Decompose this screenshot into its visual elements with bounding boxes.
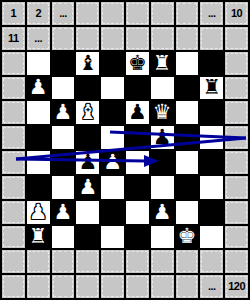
- board-square[interactable]: [199, 125, 224, 150]
- board-square[interactable]: [75, 125, 100, 150]
- sentinel-cell[interactable]: 11: [1, 26, 26, 51]
- cell-index-label: ...: [34, 33, 42, 44]
- board-square[interactable]: [100, 100, 125, 125]
- board-square[interactable]: ♝: [75, 100, 100, 125]
- cell-index-label: 10: [231, 8, 242, 19]
- sentinel-cell[interactable]: [100, 26, 125, 51]
- black-pawn[interactable]: ♟: [153, 127, 172, 148]
- sentinel-cell[interactable]: [51, 274, 76, 299]
- sentinel-cell[interactable]: [125, 1, 150, 26]
- sentinel-cell[interactable]: [75, 249, 100, 274]
- board-square[interactable]: [26, 51, 51, 76]
- sentinel-cell[interactable]: 10: [224, 1, 249, 26]
- sentinel-cell[interactable]: ...: [26, 26, 51, 51]
- board-square[interactable]: [199, 100, 224, 125]
- sentinel-cell[interactable]: [224, 249, 249, 274]
- board-square[interactable]: [199, 200, 224, 225]
- board-square[interactable]: [175, 175, 200, 200]
- board-square[interactable]: ♚: [175, 225, 200, 250]
- white-pawn[interactable]: ♟: [103, 152, 122, 173]
- board-square[interactable]: ♚: [125, 51, 150, 76]
- sentinel-cell[interactable]: ...: [199, 274, 224, 299]
- white-pawn[interactable]: ♟: [153, 202, 172, 223]
- sentinel-cell[interactable]: [150, 249, 175, 274]
- board-square[interactable]: ♟: [100, 150, 125, 175]
- sentinel-cell[interactable]: [1, 125, 26, 150]
- sentinel-cell[interactable]: [224, 200, 249, 225]
- board-square[interactable]: [175, 200, 200, 225]
- sentinel-cell[interactable]: [224, 100, 249, 125]
- black-king[interactable]: ♚: [128, 53, 147, 74]
- sentinel-cell[interactable]: [199, 26, 224, 51]
- board-square[interactable]: [100, 225, 125, 250]
- board-square[interactable]: [125, 76, 150, 101]
- sentinel-cell[interactable]: [224, 51, 249, 76]
- board-square[interactable]: [125, 175, 150, 200]
- board-square[interactable]: [100, 175, 125, 200]
- cell-index-label: 11: [8, 33, 19, 44]
- board-square[interactable]: [175, 125, 200, 150]
- board-square[interactable]: [75, 200, 100, 225]
- sentinel-cell[interactable]: [175, 274, 200, 299]
- board-square[interactable]: [175, 150, 200, 175]
- mailbox-chess-diagram: 12......1011...♝♚♜♟♜♟♝♟♛♟♟♟♟♟♟♟♜♚...120: [0, 0, 250, 300]
- board-square[interactable]: ♟: [26, 200, 51, 225]
- white-pawn[interactable]: ♟: [54, 202, 73, 223]
- board-square[interactable]: [175, 51, 200, 76]
- board-square[interactable]: [51, 51, 76, 76]
- black-rook[interactable]: ♜: [202, 77, 221, 98]
- board-square[interactable]: [125, 150, 150, 175]
- board-square[interactable]: ♟: [125, 100, 150, 125]
- white-pawn[interactable]: ♟: [78, 177, 97, 198]
- white-pawn[interactable]: ♟: [29, 77, 48, 98]
- sentinel-cell[interactable]: [75, 26, 100, 51]
- sentinel-cell[interactable]: [51, 249, 76, 274]
- black-pawn[interactable]: ♟: [78, 152, 97, 173]
- board-square[interactable]: [199, 150, 224, 175]
- board-square[interactable]: [150, 150, 175, 175]
- board-square[interactable]: ♟: [75, 150, 100, 175]
- board-square[interactable]: ♝: [75, 51, 100, 76]
- board-square[interactable]: [100, 76, 125, 101]
- sentinel-cell[interactable]: [175, 26, 200, 51]
- board-square[interactable]: [125, 225, 150, 250]
- white-pawn[interactable]: ♟: [29, 202, 48, 223]
- sentinel-cell[interactable]: 120: [224, 274, 249, 299]
- board-square[interactable]: [51, 175, 76, 200]
- numbered-grid: 12......1011...♝♚♜♟♜♟♝♟♛♟♟♟♟♟♟♟♜♚...120: [0, 0, 250, 300]
- board-square[interactable]: [100, 51, 125, 76]
- sentinel-cell[interactable]: [224, 150, 249, 175]
- cell-index-label: 2: [35, 8, 41, 19]
- sentinel-cell[interactable]: [1, 51, 26, 76]
- black-pawn[interactable]: ♟: [128, 102, 147, 123]
- board-square[interactable]: ♟: [150, 125, 175, 150]
- sentinel-cell[interactable]: ...: [51, 1, 76, 26]
- sentinel-cell[interactable]: [150, 26, 175, 51]
- board-square[interactable]: [199, 51, 224, 76]
- sentinel-cell[interactable]: [100, 1, 125, 26]
- sentinel-cell[interactable]: [51, 26, 76, 51]
- cell-index-label: ...: [59, 8, 67, 19]
- board-square[interactable]: [51, 150, 76, 175]
- black-bishop[interactable]: ♝: [78, 53, 97, 74]
- sentinel-cell[interactable]: [125, 26, 150, 51]
- sentinel-cell[interactable]: [150, 274, 175, 299]
- sentinel-cell[interactable]: [75, 274, 100, 299]
- sentinel-cell[interactable]: [26, 274, 51, 299]
- board-square[interactable]: [199, 225, 224, 250]
- sentinel-cell[interactable]: [175, 249, 200, 274]
- sentinel-cell[interactable]: [1, 150, 26, 175]
- board-square[interactable]: ♟: [150, 200, 175, 225]
- sentinel-cell[interactable]: [224, 175, 249, 200]
- sentinel-cell[interactable]: [1, 100, 26, 125]
- white-queen[interactable]: ♛: [153, 102, 172, 123]
- sentinel-cell[interactable]: [100, 274, 125, 299]
- board-square[interactable]: [150, 175, 175, 200]
- board-square[interactable]: [125, 125, 150, 150]
- board-square[interactable]: ♜: [199, 76, 224, 101]
- board-square[interactable]: [51, 225, 76, 250]
- board-square[interactable]: ♜: [26, 225, 51, 250]
- sentinel-cell[interactable]: [1, 76, 26, 101]
- sentinel-cell[interactable]: [224, 76, 249, 101]
- sentinel-cell[interactable]: [150, 1, 175, 26]
- sentinel-cell[interactable]: [1, 225, 26, 250]
- board-square[interactable]: ♟: [26, 76, 51, 101]
- white-king[interactable]: ♚: [178, 226, 197, 247]
- board-square[interactable]: ♟: [51, 100, 76, 125]
- white-rook[interactable]: ♜: [153, 53, 172, 74]
- board-square[interactable]: ♜: [150, 51, 175, 76]
- board-square[interactable]: [51, 76, 76, 101]
- sentinel-cell[interactable]: [175, 1, 200, 26]
- board-square[interactable]: [125, 200, 150, 225]
- board-square[interactable]: [26, 150, 51, 175]
- board-square[interactable]: [75, 225, 100, 250]
- board-square[interactable]: [26, 100, 51, 125]
- sentinel-cell[interactable]: [1, 249, 26, 274]
- board-square[interactable]: [26, 175, 51, 200]
- cell-index-label: 120: [228, 281, 245, 292]
- sentinel-cell[interactable]: [224, 225, 249, 250]
- sentinel-cell[interactable]: [125, 249, 150, 274]
- sentinel-cell[interactable]: 2: [26, 1, 51, 26]
- cell-index-label: ...: [208, 281, 216, 292]
- sentinel-cell[interactable]: [26, 249, 51, 274]
- cell-index-label: ...: [208, 8, 216, 19]
- board-square[interactable]: [100, 200, 125, 225]
- white-pawn[interactable]: ♟: [54, 102, 73, 123]
- sentinel-cell[interactable]: [1, 200, 26, 225]
- board-square[interactable]: [175, 76, 200, 101]
- sentinel-cell[interactable]: [224, 125, 249, 150]
- sentinel-cell[interactable]: [1, 274, 26, 299]
- board-square[interactable]: ♟: [51, 200, 76, 225]
- sentinel-cell[interactable]: ...: [199, 1, 224, 26]
- board-square[interactable]: [51, 125, 76, 150]
- board-square[interactable]: [150, 76, 175, 101]
- white-bishop[interactable]: ♝: [78, 102, 97, 123]
- sentinel-cell[interactable]: [1, 175, 26, 200]
- sentinel-cell[interactable]: [100, 249, 125, 274]
- board-square[interactable]: ♛: [150, 100, 175, 125]
- sentinel-cell[interactable]: [125, 274, 150, 299]
- sentinel-cell[interactable]: [224, 26, 249, 51]
- white-rook[interactable]: ♜: [29, 226, 48, 247]
- board-square[interactable]: [100, 125, 125, 150]
- board-square[interactable]: [150, 225, 175, 250]
- board-square[interactable]: [199, 175, 224, 200]
- cell-index-label: 1: [11, 8, 17, 19]
- board-square[interactable]: [26, 125, 51, 150]
- sentinel-cell[interactable]: 1: [1, 1, 26, 26]
- board-square[interactable]: [75, 76, 100, 101]
- sentinel-cell[interactable]: [199, 249, 224, 274]
- board-square[interactable]: [175, 100, 200, 125]
- board-square[interactable]: ♟: [75, 175, 100, 200]
- sentinel-cell[interactable]: [75, 1, 100, 26]
